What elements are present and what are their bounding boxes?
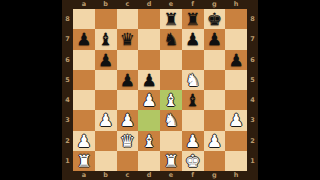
black-pawn-c5: ♟ <box>120 70 135 90</box>
rank-label-1: 1 <box>62 151 73 171</box>
white-pawn-h3: ♟ <box>229 110 244 130</box>
rank-label-1: 1 <box>247 151 258 171</box>
black-rook-f8: ♜ <box>185 9 200 29</box>
file-label-h: h <box>225 0 247 9</box>
square-a7[interactable]: ♟ <box>73 29 95 49</box>
square-d1[interactable] <box>138 151 160 171</box>
square-h3[interactable]: ♟ <box>225 110 247 130</box>
square-b1[interactable] <box>95 151 117 171</box>
square-g7[interactable]: ♟ <box>204 29 226 49</box>
square-d3[interactable] <box>138 110 160 130</box>
square-g4[interactable] <box>204 90 226 110</box>
square-a5[interactable] <box>73 70 95 90</box>
chess-board: ♜♜♚♟♝♛♞♟♟♟♟♟♟♞♟♝♝♟♟♞♟♟♛♝♟♟♜♜♚ <box>73 9 247 171</box>
file-label-b: b <box>95 171 117 180</box>
black-pawn-b6: ♟ <box>98 50 113 70</box>
square-f5[interactable]: ♞ <box>182 70 204 90</box>
square-c3[interactable]: ♟ <box>117 110 139 130</box>
square-e7[interactable]: ♞ <box>160 29 182 49</box>
square-c4[interactable] <box>117 90 139 110</box>
square-g6[interactable] <box>204 50 226 70</box>
square-e8[interactable]: ♜ <box>160 9 182 29</box>
rank-label-3: 3 <box>62 110 73 130</box>
square-d2[interactable]: ♝ <box>138 131 160 151</box>
square-e1[interactable]: ♜ <box>160 151 182 171</box>
rank-label-4: 4 <box>247 90 258 110</box>
square-c2[interactable]: ♛ <box>117 131 139 151</box>
square-a2[interactable]: ♟ <box>73 131 95 151</box>
file-label-d: d <box>138 171 160 180</box>
black-bishop-b7: ♝ <box>98 29 113 49</box>
square-g2[interactable]: ♟ <box>204 131 226 151</box>
rank-labels-left: 87654321 <box>62 9 73 171</box>
file-label-f: f <box>182 171 204 180</box>
square-f1[interactable]: ♚ <box>182 151 204 171</box>
black-pawn-f7: ♟ <box>185 29 200 49</box>
black-pawn-d5: ♟ <box>142 70 157 90</box>
rank-label-5: 5 <box>247 70 258 90</box>
white-rook-a1: ♜ <box>76 151 91 171</box>
square-c5[interactable]: ♟ <box>117 70 139 90</box>
black-queen-c7: ♛ <box>120 29 135 49</box>
white-pawn-a2: ♟ <box>76 131 91 151</box>
square-b3[interactable]: ♟ <box>95 110 117 130</box>
square-b6[interactable]: ♟ <box>95 50 117 70</box>
square-f8[interactable]: ♜ <box>182 9 204 29</box>
square-a3[interactable] <box>73 110 95 130</box>
square-b5[interactable] <box>95 70 117 90</box>
square-d8[interactable] <box>138 9 160 29</box>
square-b7[interactable]: ♝ <box>95 29 117 49</box>
rank-label-5: 5 <box>62 70 73 90</box>
chess-board-frame: abcdefgh abcdefgh 87654321 87654321 ♜♜♚♟… <box>62 0 258 180</box>
black-rook-e8: ♜ <box>163 9 178 29</box>
black-pawn-h6: ♟ <box>229 50 244 70</box>
square-b4[interactable] <box>95 90 117 110</box>
square-e3[interactable]: ♞ <box>160 110 182 130</box>
white-pawn-b3: ♟ <box>98 110 113 130</box>
square-e4[interactable]: ♝ <box>160 90 182 110</box>
rank-label-7: 7 <box>247 29 258 49</box>
square-a8[interactable] <box>73 9 95 29</box>
black-king-g8: ♚ <box>207 9 222 29</box>
black-knight-e7: ♞ <box>163 29 178 49</box>
square-b8[interactable] <box>95 9 117 29</box>
rank-label-2: 2 <box>247 131 258 151</box>
square-c8[interactable] <box>117 9 139 29</box>
white-pawn-d4: ♟ <box>142 90 157 110</box>
rank-label-4: 4 <box>62 90 73 110</box>
file-labels-top: abcdefgh <box>73 0 247 9</box>
file-label-b: b <box>95 0 117 9</box>
rank-label-3: 3 <box>247 110 258 130</box>
square-e5[interactable] <box>160 70 182 90</box>
white-rook-e1: ♜ <box>163 151 178 171</box>
file-label-d: d <box>138 0 160 9</box>
square-f4[interactable]: ♝ <box>182 90 204 110</box>
file-label-g: g <box>204 0 226 9</box>
square-d5[interactable]: ♟ <box>138 70 160 90</box>
white-bishop-e4: ♝ <box>163 90 178 110</box>
square-f7[interactable]: ♟ <box>182 29 204 49</box>
file-label-e: e <box>160 171 182 180</box>
square-g8[interactable]: ♚ <box>204 9 226 29</box>
square-g3[interactable] <box>204 110 226 130</box>
square-c7[interactable]: ♛ <box>117 29 139 49</box>
rank-label-7: 7 <box>62 29 73 49</box>
square-h8[interactable] <box>225 9 247 29</box>
square-c6[interactable] <box>117 50 139 70</box>
square-f3[interactable] <box>182 110 204 130</box>
file-label-a: a <box>73 0 95 9</box>
square-h2[interactable] <box>225 131 247 151</box>
square-h6[interactable]: ♟ <box>225 50 247 70</box>
black-bishop-f4: ♝ <box>185 90 200 110</box>
white-pawn-g2: ♟ <box>207 131 222 151</box>
file-label-e: e <box>160 0 182 9</box>
file-label-c: c <box>117 0 139 9</box>
rank-label-2: 2 <box>62 131 73 151</box>
square-h7[interactable] <box>225 29 247 49</box>
square-h5[interactable] <box>225 70 247 90</box>
file-label-a: a <box>73 171 95 180</box>
file-label-c: c <box>117 171 139 180</box>
video-frame-background: abcdefgh abcdefgh 87654321 87654321 ♜♜♚♟… <box>0 0 320 180</box>
square-g5[interactable] <box>204 70 226 90</box>
square-a1[interactable]: ♜ <box>73 151 95 171</box>
file-label-h: h <box>225 171 247 180</box>
rank-label-8: 8 <box>247 9 258 29</box>
square-h4[interactable] <box>225 90 247 110</box>
white-knight-e3: ♞ <box>163 110 178 130</box>
square-e6[interactable] <box>160 50 182 70</box>
square-d7[interactable] <box>138 29 160 49</box>
white-knight-f5: ♞ <box>185 70 200 90</box>
file-label-f: f <box>182 0 204 9</box>
white-pawn-c3: ♟ <box>120 110 135 130</box>
square-a6[interactable] <box>73 50 95 70</box>
square-d6[interactable] <box>138 50 160 70</box>
rank-labels-right: 87654321 <box>247 9 258 171</box>
black-pawn-g7: ♟ <box>207 29 222 49</box>
square-g1[interactable] <box>204 151 226 171</box>
square-f2[interactable]: ♟ <box>182 131 204 151</box>
square-c1[interactable] <box>117 151 139 171</box>
white-king-f1: ♚ <box>185 151 200 171</box>
white-pawn-f2: ♟ <box>185 131 200 151</box>
rank-label-6: 6 <box>62 50 73 70</box>
square-b2[interactable] <box>95 131 117 151</box>
square-f6[interactable] <box>182 50 204 70</box>
rank-label-6: 6 <box>247 50 258 70</box>
white-bishop-d2: ♝ <box>142 131 157 151</box>
square-e2[interactable] <box>160 131 182 151</box>
black-pawn-a7: ♟ <box>76 29 91 49</box>
file-label-g: g <box>204 171 226 180</box>
rank-label-8: 8 <box>62 9 73 29</box>
file-labels-bottom: abcdefgh <box>73 171 247 180</box>
square-d4[interactable]: ♟ <box>138 90 160 110</box>
white-queen-c2: ♛ <box>120 131 135 151</box>
square-a4[interactable] <box>73 90 95 110</box>
square-h1[interactable] <box>225 151 247 171</box>
